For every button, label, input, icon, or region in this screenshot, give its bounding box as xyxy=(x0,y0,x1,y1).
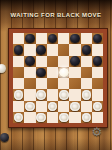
square-r1c6[interactable] xyxy=(69,33,80,44)
square-r3c3[interactable] xyxy=(36,56,47,67)
black-piece[interactable] xyxy=(25,34,35,44)
square-r4c3[interactable] xyxy=(36,67,47,78)
square-r2c7[interactable] xyxy=(81,44,92,55)
square-r6c7[interactable] xyxy=(81,89,92,100)
square-r7c7[interactable] xyxy=(81,101,92,112)
square-r4c4[interactable] xyxy=(47,67,58,78)
selected-piece[interactable] xyxy=(59,68,69,78)
white-piece[interactable] xyxy=(82,90,92,100)
board-grid xyxy=(13,33,103,123)
square-r2c1[interactable] xyxy=(13,44,24,55)
white-piece[interactable] xyxy=(93,102,103,112)
square-r7c5[interactable] xyxy=(58,101,69,112)
square-r7c3[interactable] xyxy=(36,101,47,112)
square-r8c1[interactable] xyxy=(13,112,24,123)
square-r8c8[interactable] xyxy=(92,112,103,123)
square-r8c4[interactable] xyxy=(47,112,58,123)
square-r2c4[interactable] xyxy=(47,44,58,55)
square-r5c7[interactable] xyxy=(81,78,92,89)
square-r8c3[interactable] xyxy=(36,112,47,123)
square-r6c8[interactable] xyxy=(92,89,103,100)
square-r2c2[interactable] xyxy=(24,44,35,55)
square-r1c5[interactable] xyxy=(58,33,69,44)
square-r7c8[interactable] xyxy=(92,101,103,112)
square-r3c5[interactable] xyxy=(58,56,69,67)
square-r5c8[interactable] xyxy=(92,78,103,89)
square-r6c6[interactable] xyxy=(69,89,80,100)
square-r4c5[interactable] xyxy=(58,67,69,78)
square-r4c2[interactable] xyxy=(24,67,35,78)
square-r4c8[interactable] xyxy=(92,67,103,78)
square-r1c2[interactable] xyxy=(24,33,35,44)
square-r4c6[interactable] xyxy=(69,67,80,78)
square-r6c4[interactable] xyxy=(47,89,58,100)
square-r3c6[interactable] xyxy=(69,56,80,67)
black-captured-ball xyxy=(0,133,9,142)
square-r2c6[interactable] xyxy=(69,44,80,55)
square-r8c2[interactable] xyxy=(24,112,35,123)
black-piece[interactable] xyxy=(36,68,46,78)
black-piece[interactable] xyxy=(36,45,46,55)
square-r1c7[interactable] xyxy=(81,33,92,44)
white-piece[interactable] xyxy=(70,102,80,112)
status-text: WAITING FOR BLACK MOVE xyxy=(0,12,112,18)
bottom-shadow-overlay xyxy=(0,138,112,150)
white-piece[interactable] xyxy=(59,113,69,123)
square-r4c7[interactable] xyxy=(81,67,92,78)
white-piece[interactable] xyxy=(59,90,69,100)
square-r7c1[interactable] xyxy=(13,101,24,112)
square-r3c7[interactable] xyxy=(81,56,92,67)
black-piece[interactable] xyxy=(93,34,103,44)
square-r1c4[interactable] xyxy=(47,33,58,44)
square-r7c4[interactable] xyxy=(47,101,58,112)
white-piece[interactable] xyxy=(14,113,24,123)
square-r6c2[interactable] xyxy=(24,89,35,100)
square-r4c1[interactable] xyxy=(13,67,24,78)
square-r5c2[interactable] xyxy=(24,78,35,89)
square-r6c3[interactable] xyxy=(36,89,47,100)
white-piece[interactable] xyxy=(25,102,35,112)
square-r2c5[interactable] xyxy=(58,44,69,55)
square-r6c1[interactable] xyxy=(13,89,24,100)
white-piece[interactable] xyxy=(82,113,92,123)
settings-gear-icon[interactable]: ⚙ xyxy=(90,125,104,139)
square-r5c6[interactable] xyxy=(69,78,80,89)
square-r1c1[interactable] xyxy=(13,33,24,44)
square-r1c8[interactable] xyxy=(92,33,103,44)
white-piece[interactable] xyxy=(36,90,46,100)
square-r3c8[interactable] xyxy=(92,56,103,67)
square-r7c2[interactable] xyxy=(24,101,35,112)
white-piece[interactable] xyxy=(14,90,24,100)
square-r5c3[interactable] xyxy=(36,78,47,89)
square-r7c6[interactable] xyxy=(69,101,80,112)
square-r5c5[interactable] xyxy=(58,78,69,89)
square-r6c5[interactable] xyxy=(58,89,69,100)
white-piece[interactable] xyxy=(48,102,58,112)
black-piece[interactable] xyxy=(70,34,80,44)
square-r3c1[interactable] xyxy=(13,56,24,67)
square-r3c4[interactable] xyxy=(47,56,58,67)
black-piece[interactable] xyxy=(70,56,80,66)
square-r8c6[interactable] xyxy=(69,112,80,123)
checkers-board xyxy=(8,28,108,128)
black-piece[interactable] xyxy=(82,45,92,55)
square-r2c3[interactable] xyxy=(36,44,47,55)
square-r8c5[interactable] xyxy=(58,112,69,123)
square-r5c1[interactable] xyxy=(13,78,24,89)
square-r3c2[interactable] xyxy=(24,56,35,67)
black-piece[interactable] xyxy=(48,34,58,44)
square-r1c3[interactable] xyxy=(36,33,47,44)
square-r2c8[interactable] xyxy=(92,44,103,55)
black-piece[interactable] xyxy=(14,45,24,55)
square-r8c7[interactable] xyxy=(81,112,92,123)
black-piece[interactable] xyxy=(25,56,35,66)
white-piece[interactable] xyxy=(36,113,46,123)
square-r5c4[interactable] xyxy=(47,78,58,89)
black-piece[interactable] xyxy=(93,56,103,66)
